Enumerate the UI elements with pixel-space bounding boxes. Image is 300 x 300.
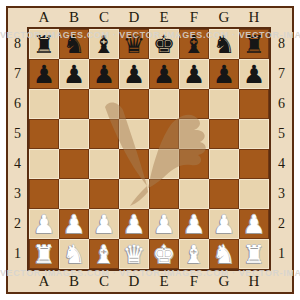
piece-white-pawn-g2[interactable]: ♟ — [209, 209, 239, 239]
piece-black-pawn-f7[interactable]: ♟ — [179, 59, 209, 89]
square-b4[interactable] — [59, 149, 89, 179]
piece-black-pawn-c7[interactable]: ♟ — [89, 59, 119, 89]
piece-black-pawn-g7[interactable]: ♟ — [209, 59, 239, 89]
square-f5[interactable] — [179, 119, 209, 149]
square-d8[interactable]: ♛ — [119, 29, 149, 59]
rank-label-left-1: 1 — [8, 239, 27, 269]
square-b3[interactable] — [59, 179, 89, 209]
rank-label-right-8: 8 — [271, 29, 292, 59]
square-b1[interactable]: ♞ — [59, 239, 89, 269]
square-d7[interactable]: ♟ — [119, 59, 149, 89]
rank-label-right-1: 1 — [271, 239, 292, 269]
square-b6[interactable] — [59, 89, 89, 119]
square-g8[interactable]: ♞ — [209, 29, 239, 59]
piece-black-pawn-h7[interactable]: ♟ — [239, 59, 269, 89]
piece-white-pawn-d2[interactable]: ♟ — [119, 209, 149, 239]
square-e4[interactable] — [149, 149, 179, 179]
square-b5[interactable] — [59, 119, 89, 149]
piece-black-pawn-b7[interactable]: ♟ — [59, 59, 89, 89]
square-d2[interactable]: ♟ — [119, 209, 149, 239]
square-f6[interactable] — [179, 89, 209, 119]
piece-white-bishop-c1[interactable]: ♝ — [89, 239, 119, 269]
piece-white-pawn-a2[interactable]: ♟ — [29, 209, 59, 239]
file-label-bottom-a: A — [29, 271, 59, 292]
file-label-top-g: G — [209, 8, 239, 27]
square-a2[interactable]: ♟ — [29, 209, 59, 239]
piece-white-pawn-c2[interactable]: ♟ — [89, 209, 119, 239]
square-d1[interactable]: ♛ — [119, 239, 149, 269]
file-labels-top: ABCDEFGH — [29, 8, 269, 27]
piece-white-bishop-f1[interactable]: ♝ — [179, 239, 209, 269]
piece-black-pawn-d7[interactable]: ♟ — [119, 59, 149, 89]
file-label-top-b: B — [59, 8, 89, 27]
square-h7[interactable]: ♟ — [239, 59, 269, 89]
piece-black-pawn-a7[interactable]: ♟ — [29, 59, 59, 89]
board-grid: ♜♞♝♛♚♝♞♜♟♟♟♟♟♟♟♟♟♟♟♟♟♟♟♟♜♞♝♛♚♝♞♜ — [27, 27, 271, 271]
square-e3[interactable] — [149, 179, 179, 209]
rank-label-left-4: 4 — [8, 149, 27, 179]
piece-white-knight-g1[interactable]: ♞ — [209, 239, 239, 269]
piece-black-rook-a8[interactable]: ♜ — [29, 29, 59, 59]
rank-label-left-5: 5 — [8, 119, 27, 149]
piece-white-pawn-f2[interactable]: ♟ — [179, 209, 209, 239]
file-label-bottom-c: C — [89, 271, 119, 292]
piece-white-king-e1[interactable]: ♚ — [149, 239, 179, 269]
file-label-top-f: F — [179, 8, 209, 27]
square-d3[interactable] — [119, 179, 149, 209]
piece-black-queen-d8[interactable]: ♛ — [119, 29, 149, 59]
piece-white-rook-h1[interactable]: ♜ — [239, 239, 269, 269]
square-h5[interactable] — [239, 119, 269, 149]
file-label-bottom-e: E — [149, 271, 179, 292]
square-g1[interactable]: ♞ — [209, 239, 239, 269]
rank-label-left-3: 3 — [8, 179, 27, 209]
square-b2[interactable]: ♟ — [59, 209, 89, 239]
rank-label-left-6: 6 — [8, 89, 27, 119]
square-e7[interactable]: ♟ — [149, 59, 179, 89]
square-e1[interactable]: ♚ — [149, 239, 179, 269]
square-h8[interactable]: ♜ — [239, 29, 269, 59]
square-c5[interactable] — [89, 119, 119, 149]
square-d4[interactable] — [119, 149, 149, 179]
piece-white-rook-a1[interactable]: ♜ — [29, 239, 59, 269]
square-d6[interactable] — [119, 89, 149, 119]
file-label-bottom-d: D — [119, 271, 149, 292]
square-g3[interactable] — [209, 179, 239, 209]
square-c7[interactable]: ♟ — [89, 59, 119, 89]
piece-white-pawn-e2[interactable]: ♟ — [149, 209, 179, 239]
file-label-bottom-h: H — [239, 271, 269, 292]
square-e5[interactable] — [149, 119, 179, 149]
file-label-bottom-f: F — [179, 271, 209, 292]
square-e8[interactable]: ♚ — [149, 29, 179, 59]
square-g2[interactable]: ♟ — [209, 209, 239, 239]
rank-label-right-3: 3 — [271, 179, 292, 209]
piece-black-knight-g8[interactable]: ♞ — [209, 29, 239, 59]
rank-label-right-7: 7 — [271, 59, 292, 89]
square-h3[interactable] — [239, 179, 269, 209]
piece-white-knight-b1[interactable]: ♞ — [59, 239, 89, 269]
square-c3[interactable] — [89, 179, 119, 209]
square-d5[interactable] — [119, 119, 149, 149]
piece-white-queen-d1[interactable]: ♛ — [119, 239, 149, 269]
square-h1[interactable]: ♜ — [239, 239, 269, 269]
square-g7[interactable]: ♟ — [209, 59, 239, 89]
piece-white-pawn-h2[interactable]: ♟ — [239, 209, 269, 239]
square-a6[interactable] — [29, 89, 59, 119]
rank-label-right-5: 5 — [271, 119, 292, 149]
square-c1[interactable]: ♝ — [89, 239, 119, 269]
square-c6[interactable] — [89, 89, 119, 119]
square-a7[interactable]: ♟ — [29, 59, 59, 89]
file-label-top-c: C — [89, 8, 119, 27]
file-label-top-e: E — [149, 8, 179, 27]
square-g4[interactable] — [209, 149, 239, 179]
square-f8[interactable]: ♝ — [179, 29, 209, 59]
rank-label-left-8: 8 — [8, 29, 27, 59]
piece-black-king-e8[interactable]: ♚ — [149, 29, 179, 59]
file-label-top-h: H — [239, 8, 269, 27]
rank-label-left-7: 7 — [8, 59, 27, 89]
square-a5[interactable] — [29, 119, 59, 149]
square-e2[interactable]: ♟ — [149, 209, 179, 239]
square-a8[interactable]: ♜ — [29, 29, 59, 59]
square-f4[interactable] — [179, 149, 209, 179]
piece-black-pawn-e7[interactable]: ♟ — [149, 59, 179, 89]
rank-label-right-4: 4 — [271, 149, 292, 179]
file-label-top-a: A — [29, 8, 59, 27]
square-a1[interactable]: ♜ — [29, 239, 59, 269]
square-c4[interactable] — [89, 149, 119, 179]
square-f7[interactable]: ♟ — [179, 59, 209, 89]
rank-label-right-2: 2 — [271, 209, 292, 239]
piece-white-pawn-b2[interactable]: ♟ — [59, 209, 89, 239]
rank-label-left-2: 2 — [8, 209, 27, 239]
square-f2[interactable]: ♟ — [179, 209, 209, 239]
square-b7[interactable]: ♟ — [59, 59, 89, 89]
rank-label-right-6: 6 — [271, 89, 292, 119]
square-f1[interactable]: ♝ — [179, 239, 209, 269]
rank-labels-left: 87654321 — [8, 29, 27, 269]
square-g6[interactable] — [209, 89, 239, 119]
square-f3[interactable] — [179, 179, 209, 209]
file-labels-bottom: ABCDEFGH — [29, 271, 269, 292]
file-label-bottom-g: G — [209, 271, 239, 292]
file-label-top-d: D — [119, 8, 149, 27]
piece-black-rook-h8[interactable]: ♜ — [239, 29, 269, 59]
piece-black-knight-b8[interactable]: ♞ — [59, 29, 89, 59]
square-c2[interactable]: ♟ — [89, 209, 119, 239]
square-a4[interactable] — [29, 149, 59, 179]
square-e6[interactable] — [149, 89, 179, 119]
chess-diagram: ABCDEFGH ABCDEFGH 87654321 87654321 ♜♞♝♛… — [0, 0, 300, 300]
piece-black-bishop-f8[interactable]: ♝ — [179, 29, 209, 59]
square-g5[interactable] — [209, 119, 239, 149]
file-label-bottom-b: B — [59, 271, 89, 292]
piece-black-bishop-c8[interactable]: ♝ — [89, 29, 119, 59]
square-h4[interactable] — [239, 149, 269, 179]
square-c8[interactable]: ♝ — [89, 29, 119, 59]
square-h2[interactable]: ♟ — [239, 209, 269, 239]
rank-labels-right: 87654321 — [271, 29, 292, 269]
square-b8[interactable]: ♞ — [59, 29, 89, 59]
square-a3[interactable] — [29, 179, 59, 209]
square-h6[interactable] — [239, 89, 269, 119]
